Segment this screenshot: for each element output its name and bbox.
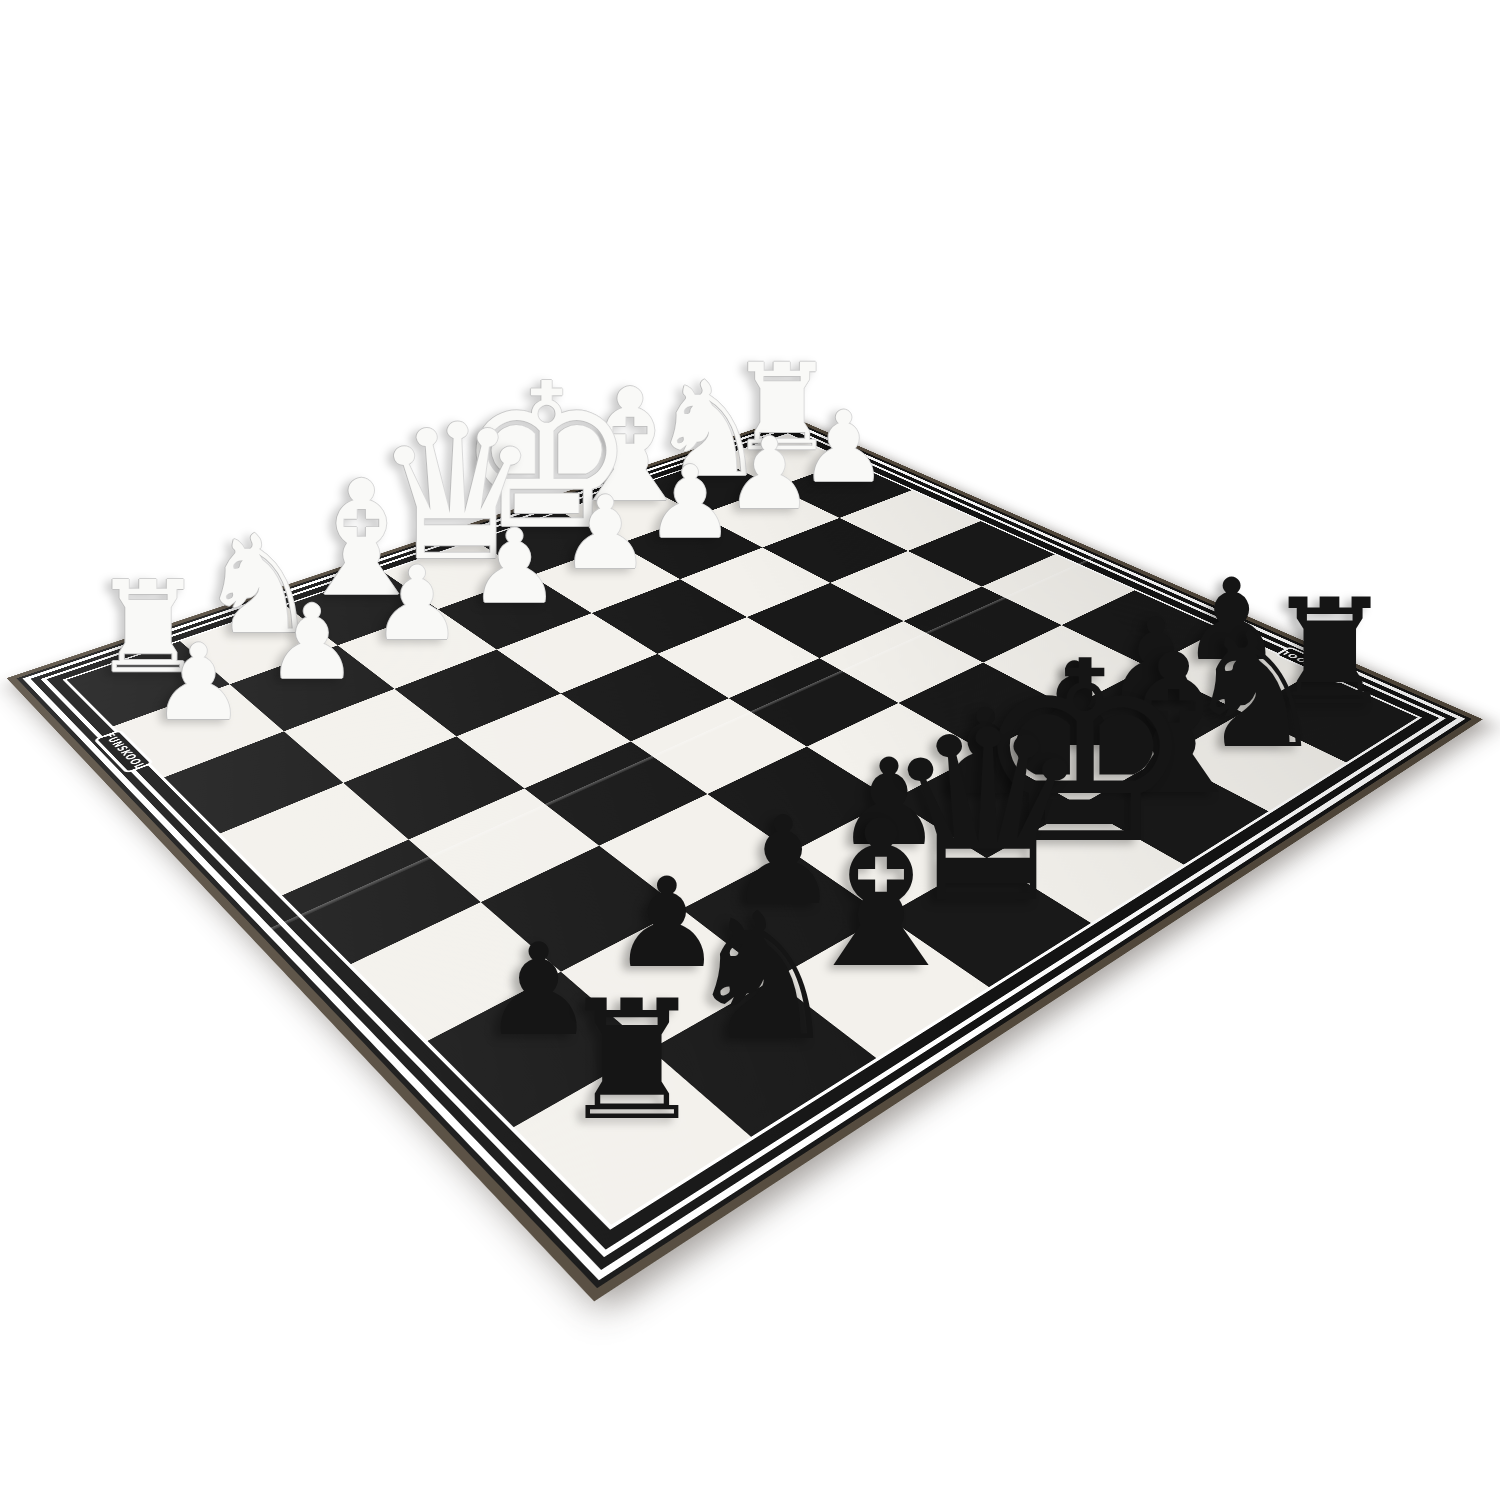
piece-black-rook-a8[interactable]: ♜ (558, 979, 706, 1144)
piece-white-pawn-g2[interactable]: ♟ (725, 424, 814, 523)
piece-white-pawn-b2[interactable]: ♟ (266, 591, 358, 694)
piece-white-pawn-d2[interactable]: ♟ (469, 516, 560, 618)
piece-white-pawn-a2[interactable]: ♟ (151, 631, 245, 736)
piece-white-pawn-e2[interactable]: ♟ (560, 483, 651, 584)
piece-black-knight-b8[interactable]: ♞ (684, 890, 842, 1066)
product-photo-stage: FUNSKOOL FUNSKOOL ♜♞♝♛♚♝♞♜♟♟♟♟♟♟♟♟♟♟♟♟♟♟… (0, 0, 1500, 1500)
piece-white-pawn-f2[interactable]: ♟ (645, 453, 735, 553)
piece-white-pawn-c2[interactable]: ♟ (371, 553, 462, 655)
